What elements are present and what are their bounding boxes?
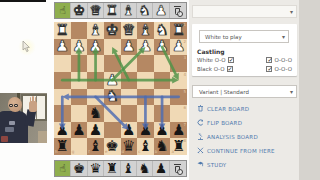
variant-select[interactable]: Variant | Standard ▾ xyxy=(192,85,297,98)
chevron-down-icon: ▾ xyxy=(290,89,293,95)
continue-from-here-button[interactable]: CONTINUE FROM HERE xyxy=(197,146,275,155)
square-b5[interactable] xyxy=(154,89,171,106)
rank-coordinate: 4 xyxy=(183,73,186,77)
white-king-spare: ♚ xyxy=(73,4,85,18)
square-f2[interactable]: ♟ xyxy=(87,39,104,56)
presenter-hand xyxy=(29,101,37,112)
turn-select-value: White to play xyxy=(205,34,282,40)
square-h6[interactable] xyxy=(54,105,71,122)
square-a2[interactable]: ♟2 xyxy=(170,39,187,56)
webcam-desk xyxy=(38,131,47,143)
palette-black-rook[interactable]: ♜ xyxy=(104,161,120,176)
square-h3[interactable] xyxy=(54,55,71,72)
white-pawn[interactable]: ♟ xyxy=(139,39,152,54)
flip-icon xyxy=(197,119,204,126)
trash-icon xyxy=(173,164,182,174)
white-king[interactable]: ♚ xyxy=(105,23,118,38)
white-rook-spare: ♜ xyxy=(106,4,118,18)
black-queen-spare: ♛ xyxy=(89,162,101,176)
square-c5[interactable] xyxy=(137,89,154,106)
black-knight[interactable]: ♞ xyxy=(155,139,168,154)
turn-select[interactable]: White to play ▾ xyxy=(199,30,289,43)
white-queen[interactable]: ♛ xyxy=(122,23,135,38)
square-d3[interactable] xyxy=(121,55,138,72)
file-coordinate: h xyxy=(55,150,58,154)
palette-black-queen[interactable]: ♛ xyxy=(88,161,104,176)
castling-black-ooo-label: O-O-O xyxy=(274,66,292,72)
square-f8[interactable]: ♝f xyxy=(87,138,104,155)
black-piece-palette: ☝♚♛♜♝♞♟ xyxy=(54,160,187,177)
white-knight[interactable]: ♞ xyxy=(155,23,168,38)
square-c3[interactable] xyxy=(137,55,154,72)
square-a5[interactable]: 5 xyxy=(170,89,187,106)
shirt-print xyxy=(9,121,15,125)
square-c7[interactable]: ♟ xyxy=(137,122,154,139)
white-rook[interactable]: ♜ xyxy=(56,23,69,38)
rank-coordinate: 6 xyxy=(183,106,186,110)
position-select[interactable]: ▾ xyxy=(192,5,297,18)
palette-white-knight[interactable]: ♞ xyxy=(137,3,153,18)
square-d8[interactable]: ♛d xyxy=(121,138,138,155)
mouse-cursor xyxy=(18,38,36,56)
square-h1[interactable]: ♜ xyxy=(54,22,71,39)
study-button[interactable]: STUDY xyxy=(197,160,275,169)
black-bishop-spare: ♝ xyxy=(122,162,134,176)
castling-label: Castling xyxy=(197,48,225,55)
rank-coordinate: 3 xyxy=(183,56,186,60)
square-b2[interactable]: ♟ xyxy=(154,39,171,56)
square-c2[interactable]: ♟ xyxy=(137,39,154,56)
white-bishop[interactable]: ♝ xyxy=(139,23,152,38)
palette-white-rook[interactable]: ♜ xyxy=(104,3,120,18)
square-d1[interactable]: ♛ xyxy=(121,22,138,39)
black-pawn[interactable]: ♟ xyxy=(155,123,168,138)
square-c4[interactable] xyxy=(137,72,154,89)
black-pawn[interactable]: ♟ xyxy=(122,123,135,138)
black-knight[interactable]: ♞ xyxy=(89,106,102,121)
white-pawn-spare: ♟ xyxy=(155,4,167,18)
square-e6[interactable] xyxy=(104,105,121,122)
square-e5[interactable]: ♞ xyxy=(104,89,121,106)
square-h4[interactable] xyxy=(54,72,71,89)
file-coordinate: a xyxy=(171,150,173,154)
square-h2[interactable]: ♟ xyxy=(54,39,71,56)
crossed-swords-icon xyxy=(197,147,204,154)
castling-row-white: White O-O ✓ ✓ O-O-O xyxy=(197,56,292,64)
square-b6[interactable] xyxy=(154,105,171,122)
hand-pointer-icon: ☝ xyxy=(59,5,66,16)
square-h8[interactable]: ♜h xyxy=(54,138,71,155)
analysis-board-button[interactable]: ANALYSIS BOARD xyxy=(197,132,275,141)
square-e3[interactable] xyxy=(104,55,121,72)
square-h7[interactable]: ♟ xyxy=(54,122,71,139)
white-queen-spare: ♛ xyxy=(89,4,101,18)
square-g3[interactable] xyxy=(71,55,88,72)
palette-black-pawn[interactable]: ♟ xyxy=(153,161,169,176)
shirt-print-red xyxy=(1,136,8,142)
square-e8[interactable]: ♚e xyxy=(104,138,121,155)
white-pawn[interactable]: ♟ xyxy=(155,39,168,54)
square-a4[interactable]: 4 xyxy=(170,72,187,89)
square-d7[interactable]: ♟ xyxy=(121,122,138,139)
black-pawn[interactable]: ♟ xyxy=(89,123,102,138)
square-b3[interactable] xyxy=(154,55,171,72)
square-a1[interactable]: ♜1 xyxy=(170,22,187,39)
square-b7[interactable]: ♟ xyxy=(154,122,171,139)
presenter-glasses xyxy=(9,104,21,107)
microscope-icon xyxy=(197,133,204,140)
square-f4[interactable] xyxy=(87,72,104,89)
square-d5[interactable] xyxy=(121,89,138,106)
castling-white-ooo-checkbox[interactable]: ✓ xyxy=(266,57,272,63)
file-coordinate: g xyxy=(72,150,75,154)
file-coordinate: b xyxy=(155,150,158,154)
black-pawn[interactable]: ♟ xyxy=(56,123,69,138)
rank-coordinate: 1 xyxy=(183,23,186,27)
black-rook-spare: ♜ xyxy=(106,162,118,176)
square-a7[interactable]: ♟7 xyxy=(170,122,187,139)
square-f6[interactable]: ♞ xyxy=(87,105,104,122)
square-f1[interactable]: ♝ xyxy=(87,22,104,39)
square-c6[interactable] xyxy=(137,105,154,122)
black-king-spare: ♚ xyxy=(73,162,85,176)
castling-white-oo-checkbox[interactable]: ✓ xyxy=(228,57,234,63)
chevron-down-icon: ▾ xyxy=(282,34,285,40)
rank-coordinate: 7 xyxy=(183,123,186,127)
presenter-webcam xyxy=(0,93,47,143)
page-background-right xyxy=(299,0,320,180)
variant-select-value: Variant | Standard xyxy=(199,89,290,95)
black-pawn-spare: ♟ xyxy=(155,162,167,176)
rank-coordinate: 2 xyxy=(183,40,186,44)
study-icon xyxy=(197,161,204,168)
trash-icon xyxy=(173,6,182,16)
board: ♜♝♚♛♝♞♜1♟♟♟♟♟♟♟23♟4♞5♞6♟♟♟♟♟♟♟7♜hg♝f♚e♛d… xyxy=(54,22,187,155)
square-g6[interactable] xyxy=(71,105,88,122)
rank-coordinate: 8 xyxy=(183,139,186,143)
file-coordinate: e xyxy=(105,150,107,154)
white-bishop[interactable]: ♝ xyxy=(89,23,102,38)
square-c8[interactable]: ♝c xyxy=(137,138,154,155)
castling-white-ooo-label: O-O-O xyxy=(274,57,292,63)
clear-board-button[interactable]: CLEAR BOARD xyxy=(197,104,275,113)
white-pawn[interactable]: ♟ xyxy=(122,39,135,54)
shirt-print xyxy=(5,127,14,132)
black-bishop[interactable]: ♝ xyxy=(89,139,102,154)
square-g1[interactable] xyxy=(71,22,88,39)
editor-actions: CLEAR BOARD FLIP BOARD ANALYSIS BOARD CO… xyxy=(197,104,275,169)
square-g5[interactable] xyxy=(71,89,88,106)
square-d2[interactable]: ♟ xyxy=(121,39,138,56)
square-f3[interactable] xyxy=(87,55,104,72)
black-bishop[interactable]: ♝ xyxy=(139,139,152,154)
white-pawn[interactable]: ♟ xyxy=(72,39,85,54)
white-pawn[interactable]: ♟ xyxy=(56,39,69,54)
palette-white-king[interactable]: ♚ xyxy=(71,3,87,18)
flip-board-button[interactable]: FLIP BOARD xyxy=(197,118,275,127)
letterbox-sliver xyxy=(0,0,46,2)
square-g4[interactable] xyxy=(71,72,88,89)
square-e7[interactable] xyxy=(104,122,121,139)
trash-icon xyxy=(197,105,204,112)
file-coordinate: c xyxy=(138,150,140,154)
palette-white-trash-tool[interactable] xyxy=(170,3,186,18)
editor-settings-card: White to play ▾ Castling White O-O ✓ ✓ O… xyxy=(192,24,297,76)
square-d6[interactable] xyxy=(121,105,138,122)
castling-black-ooo-checkbox[interactable]: ✓ xyxy=(266,66,272,72)
black-pawn[interactable]: ♟ xyxy=(139,123,152,138)
square-c1[interactable]: ♝ xyxy=(137,22,154,39)
palette-black-trash-tool[interactable] xyxy=(170,161,186,176)
square-b8[interactable]: ♞b xyxy=(154,138,171,155)
castling-black-oo-checkbox[interactable]: ✓ xyxy=(227,66,233,72)
white-pawn[interactable]: ♟ xyxy=(105,73,118,88)
square-e4[interactable]: ♟ xyxy=(104,72,121,89)
palette-white-queen[interactable]: ♛ xyxy=(88,3,104,18)
castling-row-black: Black O-O ✓ ✓ O-O-O xyxy=(197,65,292,73)
square-e1[interactable]: ♚ xyxy=(104,22,121,39)
palette-black-bishop[interactable]: ♝ xyxy=(121,161,137,176)
square-a8[interactable]: ♜8a xyxy=(170,138,187,155)
screen: ☝♚♛♜♝♞♟ ♜♝♚♛♝♞♜1♟♟♟♟♟♟♟23♟4♞5♞6♟♟♟♟♟♟♟7♜… xyxy=(0,0,320,180)
palette-black-hand-tool[interactable]: ☝ xyxy=(55,161,71,176)
black-pawn[interactable]: ♟ xyxy=(72,123,85,138)
square-f7[interactable]: ♟ xyxy=(87,122,104,139)
palette-white-bishop[interactable]: ♝ xyxy=(121,3,137,18)
castling-white-oo-label: White O-O xyxy=(197,57,226,63)
square-h5[interactable] xyxy=(54,89,71,106)
square-g2[interactable]: ♟ xyxy=(71,39,88,56)
white-knight[interactable]: ♞ xyxy=(105,89,118,104)
white-bishop-spare: ♝ xyxy=(122,4,134,18)
square-b4[interactable] xyxy=(154,72,171,89)
square-g7[interactable]: ♟ xyxy=(71,122,88,139)
hand-pointer-icon: ☝ xyxy=(59,163,66,174)
white-knight-spare: ♞ xyxy=(139,4,151,18)
square-a3[interactable]: 3 xyxy=(170,55,187,72)
chevron-down-icon: ▾ xyxy=(290,9,293,15)
square-b1[interactable]: ♞ xyxy=(154,22,171,39)
square-e2[interactable] xyxy=(104,39,121,56)
palette-black-king[interactable]: ♚ xyxy=(71,161,87,176)
palette-white-hand-tool[interactable]: ☝ xyxy=(55,3,71,18)
palette-white-pawn[interactable]: ♟ xyxy=(153,3,169,18)
castling-black-oo-label: Black O-O xyxy=(197,66,225,72)
square-g8[interactable]: g xyxy=(71,138,88,155)
square-f5[interactable] xyxy=(87,89,104,106)
white-pawn[interactable]: ♟ xyxy=(89,39,102,54)
square-a6[interactable]: 6 xyxy=(170,105,187,122)
palette-black-knight[interactable]: ♞ xyxy=(137,161,153,176)
black-king[interactable]: ♚ xyxy=(105,139,118,154)
square-d4[interactable] xyxy=(121,72,138,89)
file-coordinate: f xyxy=(88,150,89,154)
black-queen[interactable]: ♛ xyxy=(122,139,135,154)
rank-coordinate: 5 xyxy=(183,90,186,94)
black-knight-spare: ♞ xyxy=(139,162,151,176)
white-piece-palette: ☝♚♛♜♝♞♟ xyxy=(54,2,187,19)
file-coordinate: d xyxy=(122,150,125,154)
